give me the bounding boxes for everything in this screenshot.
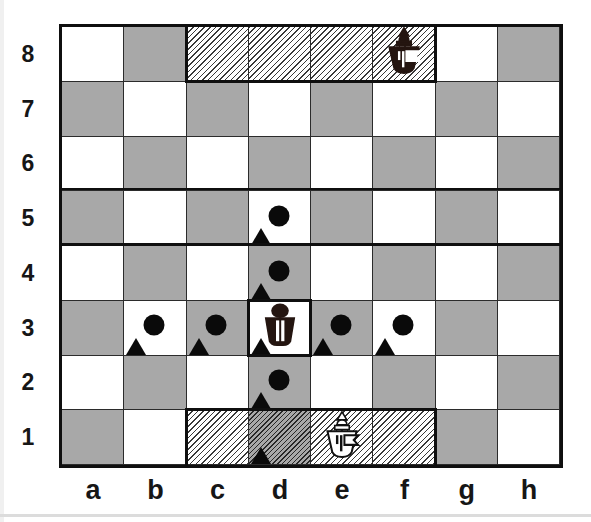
file-label-b: b (124, 468, 186, 512)
move-triangle-marker (251, 392, 271, 409)
square-h2[interactable] (498, 356, 560, 411)
square-b5[interactable] (124, 191, 186, 246)
rank-label-4: 4 (0, 246, 56, 301)
file-label-d: d (249, 468, 311, 512)
square-a4[interactable] (62, 246, 124, 301)
square-e8[interactable] (311, 27, 373, 82)
square-d1[interactable] (249, 410, 311, 465)
square-f5[interactable] (373, 191, 435, 246)
square-g7[interactable] (436, 82, 498, 137)
square-c4[interactable] (187, 246, 249, 301)
square-c5[interactable] (187, 191, 249, 246)
square-e6[interactable] (311, 137, 373, 192)
move-triangle-marker (251, 283, 271, 300)
move-triangle-marker (189, 338, 209, 355)
square-e4[interactable] (311, 246, 373, 301)
square-f8[interactable] (373, 27, 435, 82)
square-a8[interactable] (62, 27, 124, 82)
file-label-g: g (436, 468, 498, 512)
square-a7[interactable] (62, 82, 124, 137)
square-a1[interactable] (62, 410, 124, 465)
move-dot-marker (206, 315, 227, 336)
square-c7[interactable] (187, 82, 249, 137)
move-dot-marker (268, 260, 289, 281)
square-h6[interactable] (498, 137, 560, 192)
move-triangle-marker (251, 447, 271, 464)
square-b3[interactable] (124, 301, 186, 356)
square-f7[interactable] (373, 82, 435, 137)
square-d4[interactable] (249, 246, 311, 301)
square-a5[interactable] (62, 191, 124, 246)
square-c3[interactable] (187, 301, 249, 356)
square-d2[interactable] (249, 356, 311, 411)
move-dot-marker (268, 205, 289, 226)
square-h1[interactable] (498, 410, 560, 465)
board-diagram: 87654321 abcdefgh (0, 0, 591, 522)
square-h4[interactable] (498, 246, 560, 301)
square-d8[interactable] (249, 27, 311, 82)
square-a2[interactable] (62, 356, 124, 411)
square-f2[interactable] (373, 356, 435, 411)
chess-board (59, 24, 563, 468)
square-h8[interactable] (498, 27, 560, 82)
square-g5[interactable] (436, 191, 498, 246)
rank-label-7: 7 (0, 82, 56, 137)
move-triangle-marker (251, 338, 271, 355)
square-e5[interactable] (311, 191, 373, 246)
square-b1[interactable] (124, 410, 186, 465)
move-dot-marker (144, 315, 165, 336)
square-f1[interactable] (373, 410, 435, 465)
rank-label-3: 3 (0, 301, 56, 356)
square-b8[interactable] (124, 27, 186, 82)
square-c1[interactable] (187, 410, 249, 465)
square-e2[interactable] (311, 356, 373, 411)
file-label-c: c (187, 468, 249, 512)
square-f4[interactable] (373, 246, 435, 301)
square-b2[interactable] (124, 356, 186, 411)
square-f6[interactable] (373, 137, 435, 192)
move-triangle-marker (126, 338, 146, 355)
square-c8[interactable] (187, 27, 249, 82)
square-g8[interactable] (436, 27, 498, 82)
square-c2[interactable] (187, 356, 249, 411)
square-b6[interactable] (124, 137, 186, 192)
white-flag-piece[interactable] (317, 410, 367, 466)
square-g3[interactable] (436, 301, 498, 356)
file-label-e: e (311, 468, 373, 512)
rank-label-5: 5 (0, 191, 56, 246)
move-triangle-marker (251, 228, 271, 245)
square-d5[interactable] (249, 191, 311, 246)
move-triangle-marker (313, 338, 333, 355)
square-a3[interactable] (62, 301, 124, 356)
square-d7[interactable] (249, 82, 311, 137)
rank-label-2: 2 (0, 356, 56, 411)
black-flag-piece[interactable] (379, 26, 429, 82)
square-a6[interactable] (62, 137, 124, 192)
square-g4[interactable] (436, 246, 498, 301)
square-d3[interactable] (249, 301, 311, 356)
square-b4[interactable] (124, 246, 186, 301)
move-triangle-marker (375, 338, 395, 355)
square-e3[interactable] (311, 301, 373, 356)
move-dot-marker (268, 370, 289, 391)
square-b7[interactable] (124, 82, 186, 137)
square-f3[interactable] (373, 301, 435, 356)
square-c6[interactable] (187, 137, 249, 192)
file-label-f: f (373, 468, 435, 512)
square-g1[interactable] (436, 410, 498, 465)
rank-label-6: 6 (0, 137, 56, 192)
square-g2[interactable] (436, 356, 498, 411)
image-bottom-edge (0, 514, 591, 517)
square-d6[interactable] (249, 137, 311, 192)
square-e1[interactable] (311, 410, 373, 465)
move-dot-marker (330, 315, 351, 336)
file-label-a: a (62, 468, 124, 512)
square-h3[interactable] (498, 301, 560, 356)
rank-label-1: 1 (0, 410, 56, 465)
square-h5[interactable] (498, 191, 560, 246)
square-h7[interactable] (498, 82, 560, 137)
square-e7[interactable] (311, 82, 373, 137)
rank-label-8: 8 (0, 27, 56, 82)
square-g6[interactable] (436, 137, 498, 192)
file-label-h: h (498, 468, 560, 512)
move-dot-marker (393, 315, 414, 336)
